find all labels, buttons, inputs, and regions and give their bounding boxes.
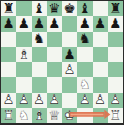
square-f1[interactable] [77, 108, 92, 123]
black-pawn-icon: ♟ [47, 16, 62, 31]
square-c6[interactable]: ♞ [32, 32, 47, 47]
black-bishop-icon: ♝ [77, 1, 92, 16]
square-f5[interactable] [77, 47, 92, 62]
square-f6[interactable]: ♞ [77, 32, 92, 47]
black-pawn-icon: ♟ [32, 16, 47, 31]
black-pawn-icon: ♟ [77, 16, 92, 31]
square-f4[interactable] [77, 62, 92, 77]
white-knight-icon: ♞♘ [77, 77, 92, 92]
square-d2[interactable]: ♟♙ [47, 93, 62, 108]
square-d7[interactable]: ♟ [47, 16, 62, 31]
white-pawn-icon: ♟♙ [62, 62, 77, 77]
white-bishop-icon: ♝♗ [32, 108, 47, 123]
square-a8[interactable]: ♜ [1, 1, 16, 16]
white-pawn-icon: ♟♙ [1, 93, 16, 108]
black-queen-icon: ♛ [47, 1, 62, 16]
square-a5[interactable] [1, 47, 16, 62]
chess-board[interactable]: ♜♝♛♚♝♜♟♟♟♟♟♟♟♞♞♝♗♟♟♙♞♘♟♙♟♙♟♙♟♙♟♙♟♙♟♙♜♖♞♘… [1, 1, 123, 123]
square-h4[interactable] [108, 62, 123, 77]
square-c3[interactable] [32, 77, 47, 92]
white-rook-icon: ♜♖ [1, 108, 16, 123]
square-h3[interactable] [108, 77, 123, 92]
square-e7[interactable] [62, 16, 77, 31]
square-e1[interactable]: ♚♔ [62, 108, 77, 123]
square-c2[interactable]: ♟♙ [32, 93, 47, 108]
square-h1[interactable]: ♜♖ [108, 108, 123, 123]
square-b4[interactable] [16, 62, 31, 77]
black-bishop-icon: ♝ [32, 1, 47, 16]
square-e3[interactable] [62, 77, 77, 92]
square-f3[interactable]: ♞♘ [77, 77, 92, 92]
black-pawn-icon: ♟ [1, 16, 16, 31]
square-d4[interactable] [47, 62, 62, 77]
square-e4[interactable]: ♟♙ [62, 62, 77, 77]
white-pawn-icon: ♟♙ [77, 93, 92, 108]
white-rook-icon: ♜♖ [108, 108, 123, 123]
square-a7[interactable]: ♟ [1, 16, 16, 31]
white-king-icon: ♚♔ [62, 108, 77, 123]
white-pawn-icon: ♟♙ [47, 93, 62, 108]
square-b6[interactable] [16, 32, 31, 47]
black-rook-icon: ♜ [1, 1, 16, 16]
white-pawn-icon: ♟♙ [32, 93, 47, 108]
square-g8[interactable] [93, 1, 108, 16]
black-pawn-icon: ♟ [16, 16, 31, 31]
square-f2[interactable]: ♟♙ [77, 93, 92, 108]
black-pawn-icon: ♟ [62, 47, 77, 62]
white-pawn-icon: ♟♙ [108, 93, 123, 108]
square-h2[interactable]: ♟♙ [108, 93, 123, 108]
white-bishop-icon: ♝♗ [16, 47, 31, 62]
square-g2[interactable]: ♟♙ [93, 93, 108, 108]
square-e6[interactable] [62, 32, 77, 47]
square-c7[interactable]: ♟ [32, 16, 47, 31]
square-g3[interactable] [93, 77, 108, 92]
square-h6[interactable] [108, 32, 123, 47]
square-a3[interactable] [1, 77, 16, 92]
square-g1[interactable] [93, 108, 108, 123]
square-d8[interactable]: ♛ [47, 1, 62, 16]
white-knight-icon: ♞♘ [16, 108, 31, 123]
black-king-icon: ♚ [62, 1, 77, 16]
square-b7[interactable]: ♟ [16, 16, 31, 31]
white-pawn-icon: ♟♙ [16, 93, 31, 108]
chess-board-screenshot: ♜♝♛♚♝♜♟♟♟♟♟♟♟♞♞♝♗♟♟♙♞♘♟♙♟♙♟♙♟♙♟♙♟♙♟♙♜♖♞♘… [0, 0, 124, 125]
black-rook-icon: ♜ [108, 1, 123, 16]
square-b1[interactable]: ♞♘ [16, 108, 31, 123]
square-d5[interactable] [47, 47, 62, 62]
square-h7[interactable]: ♟ [108, 16, 123, 31]
square-g5[interactable] [93, 47, 108, 62]
square-b3[interactable] [16, 77, 31, 92]
square-c5[interactable] [32, 47, 47, 62]
square-d6[interactable] [47, 32, 62, 47]
square-a2[interactable]: ♟♙ [1, 93, 16, 108]
square-g4[interactable] [93, 62, 108, 77]
square-a6[interactable] [1, 32, 16, 47]
square-d1[interactable]: ♛♕ [47, 108, 62, 123]
square-a1[interactable]: ♜♖ [1, 108, 16, 123]
square-g7[interactable]: ♟ [93, 16, 108, 31]
white-pawn-icon: ♟♙ [93, 93, 108, 108]
square-e8[interactable]: ♚ [62, 1, 77, 16]
square-b2[interactable]: ♟♙ [16, 93, 31, 108]
square-c4[interactable] [32, 62, 47, 77]
square-h8[interactable]: ♜ [108, 1, 123, 16]
black-pawn-icon: ♟ [108, 16, 123, 31]
white-queen-icon: ♛♕ [47, 108, 62, 123]
square-e2[interactable] [62, 93, 77, 108]
square-h5[interactable] [108, 47, 123, 62]
square-c8[interactable]: ♝ [32, 1, 47, 16]
square-e5[interactable]: ♟ [62, 47, 77, 62]
square-d3[interactable] [47, 77, 62, 92]
square-b8[interactable] [16, 1, 31, 16]
square-a4[interactable] [1, 62, 16, 77]
black-knight-icon: ♞ [32, 32, 47, 47]
square-f7[interactable]: ♟ [77, 16, 92, 31]
square-b5[interactable]: ♝♗ [16, 47, 31, 62]
square-f8[interactable]: ♝ [77, 1, 92, 16]
square-g6[interactable] [93, 32, 108, 47]
black-knight-icon: ♞ [77, 32, 92, 47]
square-c1[interactable]: ♝♗ [32, 108, 47, 123]
black-pawn-icon: ♟ [93, 16, 108, 31]
